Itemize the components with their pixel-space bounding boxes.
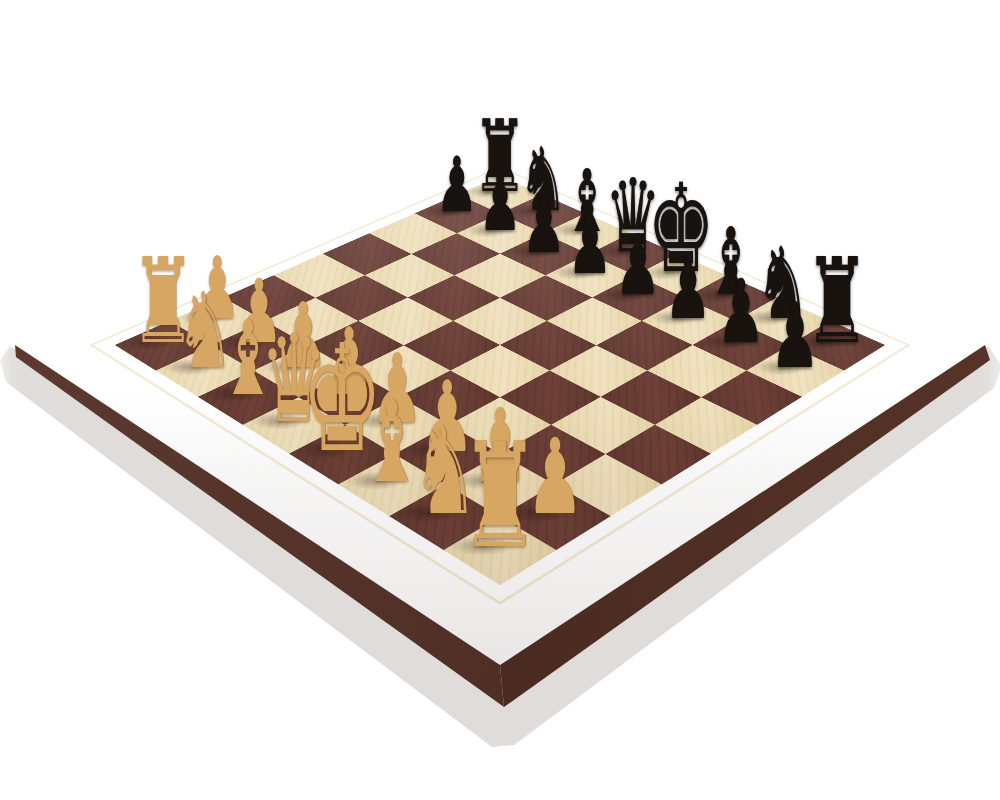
black-pawn-glyph: ♟ xyxy=(770,292,820,383)
piece-black-pawn-h7[interactable]: ♟ xyxy=(755,292,836,383)
white-rook-glyph: ♜ xyxy=(460,424,540,569)
chess-photo-scene: ♜♞♝♛♚♝♞♜♟♟♟♟♟♟♟♟♟♟♟♟♟♟♟♟♜♞♝♛♚♝♞♜ xyxy=(0,0,1000,800)
piece-white-rook-h1[interactable]: ♜ xyxy=(435,424,565,569)
pieces-layer: ♜♞♝♛♚♝♞♜♟♟♟♟♟♟♟♟♟♟♟♟♟♟♟♟♜♞♝♛♚♝♞♜ xyxy=(0,0,1000,800)
